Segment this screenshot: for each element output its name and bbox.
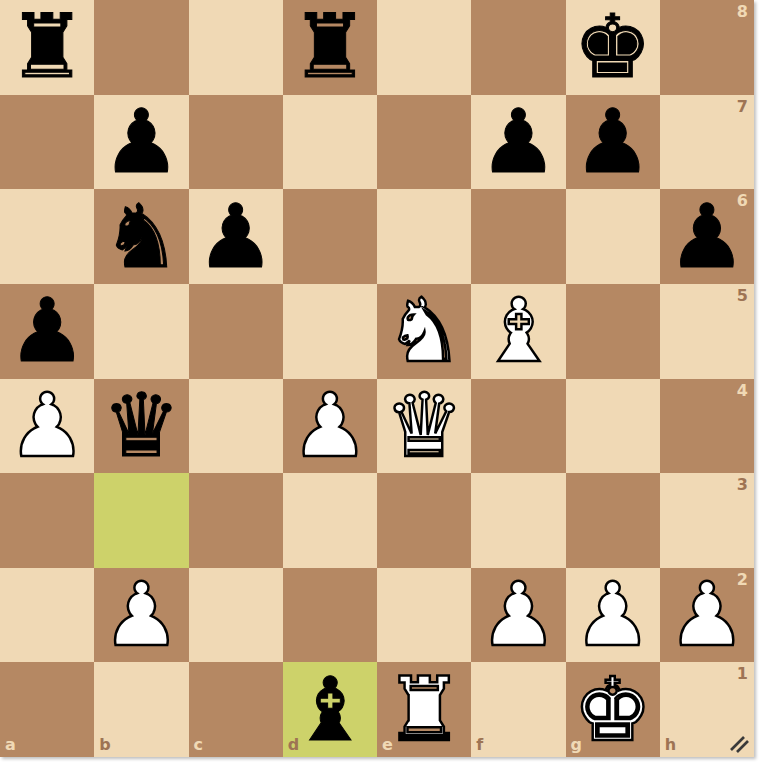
black-queen[interactable]: ♛: [102, 382, 181, 470]
white-knight[interactable]: ♞: [385, 287, 464, 375]
white-pawn[interactable]: ♟: [573, 571, 652, 659]
black-bishop[interactable]: ♝: [290, 666, 369, 754]
square-d5[interactable]: [283, 284, 377, 379]
square-c1[interactable]: c: [189, 662, 283, 757]
coord-file-e: e: [382, 737, 393, 753]
square-a7[interactable]: [0, 95, 94, 190]
board-resize-handle-icon[interactable]: [728, 731, 750, 753]
square-e4[interactable]: ♛: [377, 379, 471, 474]
coord-file-h: h: [665, 737, 676, 753]
square-g1[interactable]: ♚g: [566, 662, 660, 757]
white-pawn[interactable]: ♟: [479, 571, 558, 659]
coord-file-c: c: [194, 737, 203, 753]
square-c2[interactable]: [189, 568, 283, 663]
square-a3[interactable]: [0, 473, 94, 568]
square-d3[interactable]: [283, 473, 377, 568]
square-b2[interactable]: ♟: [94, 568, 188, 663]
square-g6[interactable]: [566, 189, 660, 284]
square-b3[interactable]: [94, 473, 188, 568]
coord-file-b: b: [99, 737, 110, 753]
square-g5[interactable]: [566, 284, 660, 379]
square-e6[interactable]: [377, 189, 471, 284]
black-pawn[interactable]: ♟: [573, 98, 652, 186]
square-g8[interactable]: ♚: [566, 0, 660, 95]
square-a1[interactable]: a: [0, 662, 94, 757]
square-a2[interactable]: [0, 568, 94, 663]
square-b5[interactable]: [94, 284, 188, 379]
square-f6[interactable]: [471, 189, 565, 284]
square-h2[interactable]: ♟2: [660, 568, 754, 663]
square-a4[interactable]: ♟: [0, 379, 94, 474]
black-knight[interactable]: ♞: [102, 193, 181, 281]
square-h4[interactable]: 4: [660, 379, 754, 474]
coord-rank-2: 2: [737, 572, 748, 588]
square-c8[interactable]: [189, 0, 283, 95]
black-pawn[interactable]: ♟: [8, 287, 87, 375]
square-c7[interactable]: [189, 95, 283, 190]
square-e3[interactable]: [377, 473, 471, 568]
square-h8[interactable]: 8: [660, 0, 754, 95]
square-c4[interactable]: [189, 379, 283, 474]
square-b4[interactable]: ♛: [94, 379, 188, 474]
coord-rank-3: 3: [737, 477, 748, 493]
square-g2[interactable]: ♟: [566, 568, 660, 663]
white-pawn[interactable]: ♟: [8, 382, 87, 470]
coord-file-a: a: [5, 737, 16, 753]
coord-rank-6: 6: [737, 193, 748, 209]
black-pawn[interactable]: ♟: [196, 193, 275, 281]
black-pawn[interactable]: ♟: [667, 193, 746, 281]
coord-rank-5: 5: [737, 288, 748, 304]
square-e2[interactable]: [377, 568, 471, 663]
square-e1[interactable]: ♜e: [377, 662, 471, 757]
black-rook[interactable]: ♜: [290, 3, 369, 91]
coord-rank-7: 7: [737, 99, 748, 115]
square-h1[interactable]: 1h: [660, 662, 754, 757]
square-f4[interactable]: [471, 379, 565, 474]
coord-file-f: f: [476, 737, 483, 753]
square-f1[interactable]: f: [471, 662, 565, 757]
square-f7[interactable]: ♟: [471, 95, 565, 190]
square-c3[interactable]: [189, 473, 283, 568]
square-g4[interactable]: [566, 379, 660, 474]
square-a5[interactable]: ♟: [0, 284, 94, 379]
square-e7[interactable]: [377, 95, 471, 190]
white-pawn[interactable]: ♟: [290, 382, 369, 470]
square-f8[interactable]: [471, 0, 565, 95]
square-a8[interactable]: ♜: [0, 0, 94, 95]
square-d4[interactable]: ♟: [283, 379, 377, 474]
coord-rank-1: 1: [737, 666, 748, 682]
coord-rank-8: 8: [737, 4, 748, 20]
square-b6[interactable]: ♞: [94, 189, 188, 284]
square-e8[interactable]: [377, 0, 471, 95]
white-bishop[interactable]: ♝: [479, 287, 558, 375]
square-h3[interactable]: 3: [660, 473, 754, 568]
chess-board: ♜♜♚8♟♟♟7♞♟♟6♟♞♝5♟♛♟♛43♟♟♟♟2abc♝d♜ef♚g1h: [0, 0, 754, 757]
coord-rank-4: 4: [737, 383, 748, 399]
black-pawn[interactable]: ♟: [102, 98, 181, 186]
square-b8[interactable]: [94, 0, 188, 95]
square-h5[interactable]: 5: [660, 284, 754, 379]
square-f3[interactable]: [471, 473, 565, 568]
square-b1[interactable]: b: [94, 662, 188, 757]
white-queen[interactable]: ♛: [385, 382, 464, 470]
square-e5[interactable]: ♞: [377, 284, 471, 379]
black-pawn[interactable]: ♟: [479, 98, 558, 186]
square-a6[interactable]: [0, 189, 94, 284]
square-g3[interactable]: [566, 473, 660, 568]
square-g7[interactable]: ♟: [566, 95, 660, 190]
square-h7[interactable]: 7: [660, 95, 754, 190]
square-h6[interactable]: ♟6: [660, 189, 754, 284]
black-rook[interactable]: ♜: [8, 3, 87, 91]
square-d6[interactable]: [283, 189, 377, 284]
square-d7[interactable]: [283, 95, 377, 190]
square-d8[interactable]: ♜: [283, 0, 377, 95]
square-b7[interactable]: ♟: [94, 95, 188, 190]
square-d2[interactable]: [283, 568, 377, 663]
square-f2[interactable]: ♟: [471, 568, 565, 663]
black-king[interactable]: ♚: [573, 3, 652, 91]
coord-file-d: d: [288, 737, 299, 753]
square-d1[interactable]: ♝d: [283, 662, 377, 757]
white-pawn[interactable]: ♟: [102, 571, 181, 659]
square-c5[interactable]: [189, 284, 283, 379]
white-king[interactable]: ♚: [573, 666, 652, 754]
coord-file-g: g: [571, 737, 582, 753]
square-c6[interactable]: ♟: [189, 189, 283, 284]
square-f5[interactable]: ♝: [471, 284, 565, 379]
white-pawn[interactable]: ♟: [667, 571, 746, 659]
white-rook[interactable]: ♜: [385, 666, 464, 754]
